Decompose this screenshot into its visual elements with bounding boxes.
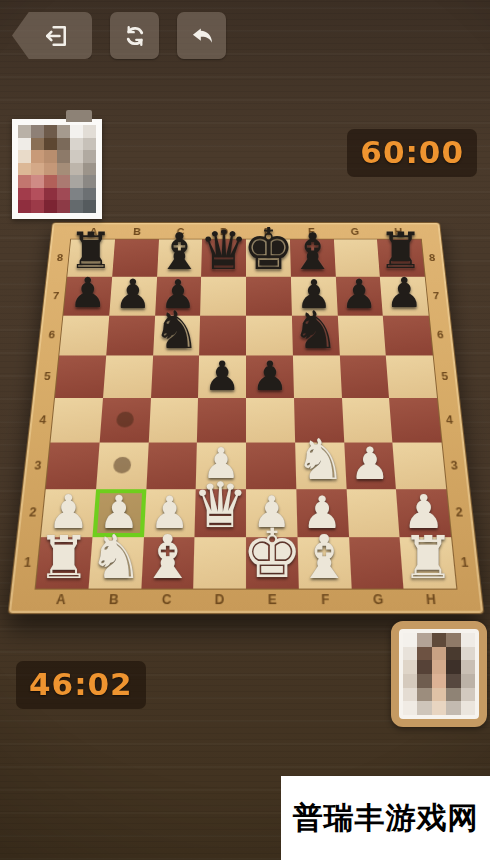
piece-black-pawn-h7[interactable]: ♟ xyxy=(386,273,423,314)
player-avatar-pixels xyxy=(403,633,475,715)
piece-white-queen-d2[interactable]: ♛ xyxy=(192,475,248,538)
opponent-avatar xyxy=(12,119,102,219)
square-c5[interactable] xyxy=(151,356,200,398)
square-e7[interactable] xyxy=(246,277,292,316)
undo-button[interactable] xyxy=(177,12,226,59)
piece-white-king-e1[interactable]: ♚ xyxy=(242,522,302,589)
coord-label: D xyxy=(193,589,246,611)
move-hint-dot xyxy=(116,412,134,428)
square-f5[interactable] xyxy=(293,356,342,398)
square-e4[interactable] xyxy=(246,398,295,442)
rotate-board-icon xyxy=(121,22,149,50)
square-h4[interactable] xyxy=(389,398,441,442)
square-d1[interactable] xyxy=(193,537,246,588)
square-a3[interactable] xyxy=(46,442,100,488)
square-b3[interactable] xyxy=(96,442,148,488)
square-a5[interactable] xyxy=(55,356,106,398)
square-e3[interactable] xyxy=(246,442,296,488)
square-d4[interactable] xyxy=(197,398,246,442)
coord-label: G xyxy=(351,589,405,611)
coord-label: B xyxy=(115,224,160,239)
piece-black-pawn-g7[interactable]: ♟ xyxy=(341,274,377,314)
square-g5[interactable] xyxy=(339,356,389,398)
piece-white-bishop-c1[interactable]: ♝ xyxy=(141,528,195,588)
coord-label: G xyxy=(333,224,378,239)
square-b4[interactable] xyxy=(99,398,150,442)
piece-white-knight-b1[interactable]: ♞ xyxy=(89,527,143,588)
square-g6[interactable] xyxy=(337,315,386,355)
chess-app-screen: 60:00 87654321 87654321 ABCDEFGH ABCDEFG… xyxy=(0,0,490,860)
square-h5[interactable] xyxy=(386,356,437,398)
square-d6[interactable] xyxy=(199,315,246,355)
piece-black-pawn-a7[interactable]: ♟ xyxy=(69,273,106,314)
coord-label: 8 xyxy=(421,239,443,276)
piece-white-rook-a1[interactable]: ♜ xyxy=(37,529,90,588)
piece-white-knight-f3[interactable]: ♞ xyxy=(295,432,346,488)
square-b5[interactable] xyxy=(103,356,153,398)
rotate-board-button[interactable] xyxy=(110,12,159,59)
opponent-avatar-pixels xyxy=(18,125,96,213)
move-hint-dot xyxy=(113,457,132,474)
piece-white-rook-h1[interactable]: ♜ xyxy=(401,529,454,588)
square-c3[interactable] xyxy=(146,442,197,488)
piece-black-pawn-e5[interactable]: ♟ xyxy=(252,355,288,396)
player-timer: 46:02 xyxy=(16,661,146,709)
square-g1[interactable] xyxy=(349,537,404,588)
piece-black-king-e8[interactable]: ♚ xyxy=(243,221,294,278)
piece-black-pawn-b7[interactable]: ♟ xyxy=(115,274,151,314)
square-b6[interactable] xyxy=(106,315,155,355)
square-e6[interactable] xyxy=(246,315,293,355)
square-h6[interactable] xyxy=(383,315,433,355)
piece-black-knight-c6[interactable]: ♞ xyxy=(153,304,200,356)
square-a6[interactable] xyxy=(59,315,109,355)
square-a4[interactable] xyxy=(51,398,103,442)
player-avatar xyxy=(391,621,487,727)
square-h3[interactable] xyxy=(393,442,447,488)
square-c4[interactable] xyxy=(148,398,198,442)
avatar-fold xyxy=(66,110,92,122)
square-g2[interactable] xyxy=(346,489,400,538)
toolbar xyxy=(12,12,226,59)
piece-white-bishop-f1[interactable]: ♝ xyxy=(297,528,351,588)
exit-button[interactable] xyxy=(12,12,92,59)
piece-black-queen-d8[interactable]: ♛ xyxy=(199,223,248,278)
opponent-timer: 60:00 xyxy=(347,129,477,177)
piece-black-knight-f6[interactable]: ♞ xyxy=(292,304,339,356)
watermark-banner: 普瑞丰游戏网 xyxy=(281,776,490,860)
undo-icon xyxy=(188,22,216,50)
piece-white-pawn-g3[interactable]: ♟ xyxy=(350,442,390,487)
exit-icon xyxy=(42,22,70,50)
coord-label: 7 xyxy=(425,277,448,316)
square-g4[interactable] xyxy=(342,398,393,442)
piece-black-pawn-d5[interactable]: ♟ xyxy=(204,355,240,396)
